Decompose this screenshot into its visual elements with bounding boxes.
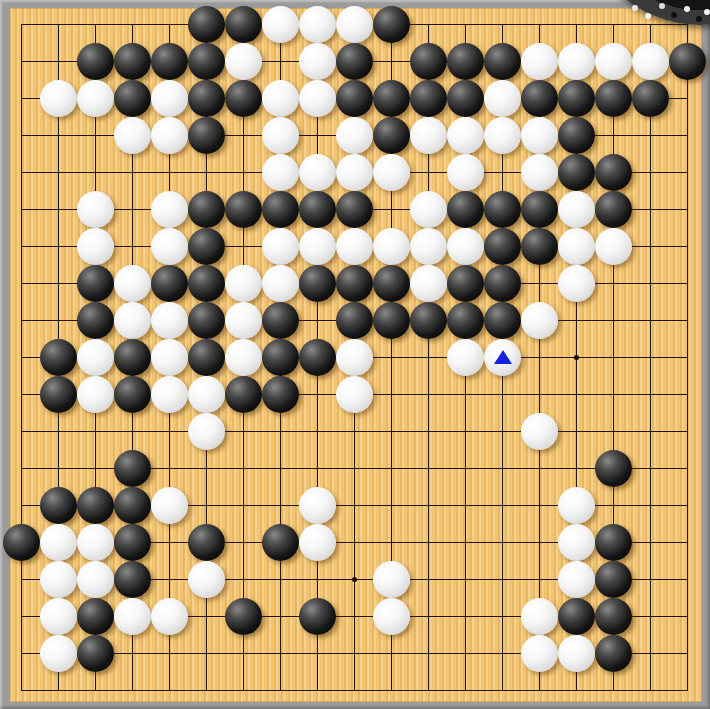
star-point	[574, 355, 579, 360]
white-stone[interactable]	[77, 561, 114, 598]
black-stone[interactable]	[262, 524, 299, 561]
white-stone[interactable]	[77, 524, 114, 561]
white-stone[interactable]	[151, 117, 188, 154]
white-stone[interactable]	[262, 265, 299, 302]
black-stone[interactable]	[114, 80, 151, 117]
black-stone[interactable]	[262, 376, 299, 413]
black-stone[interactable]	[595, 80, 632, 117]
star-point	[352, 577, 357, 582]
black-stone[interactable]	[188, 524, 225, 561]
white-stone[interactable]	[151, 376, 188, 413]
black-stone[interactable]	[595, 561, 632, 598]
white-stone[interactable]	[558, 524, 595, 561]
black-stone[interactable]	[447, 265, 484, 302]
black-stone[interactable]	[632, 80, 669, 117]
white-stone[interactable]	[225, 302, 262, 339]
white-stone[interactable]	[521, 302, 558, 339]
white-stone[interactable]	[299, 228, 336, 265]
black-stone[interactable]	[40, 487, 77, 524]
black-stone[interactable]	[447, 80, 484, 117]
black-stone[interactable]	[299, 191, 336, 228]
white-stone[interactable]	[299, 487, 336, 524]
white-stone[interactable]	[299, 43, 336, 80]
black-stone[interactable]	[114, 339, 151, 376]
white-stone[interactable]	[521, 635, 558, 672]
bowl-stone-dot	[645, 13, 651, 19]
black-stone[interactable]	[188, 191, 225, 228]
white-stone[interactable]	[151, 302, 188, 339]
white-stone[interactable]	[558, 265, 595, 302]
black-stone[interactable]	[484, 43, 521, 80]
white-stone[interactable]	[262, 117, 299, 154]
black-stone[interactable]	[225, 191, 262, 228]
white-stone[interactable]	[558, 191, 595, 228]
white-stone[interactable]	[114, 598, 151, 635]
black-stone[interactable]	[373, 302, 410, 339]
white-stone[interactable]	[484, 117, 521, 154]
black-stone[interactable]	[188, 6, 225, 43]
black-stone[interactable]	[410, 80, 447, 117]
white-stone[interactable]	[336, 6, 373, 43]
black-stone[interactable]	[595, 154, 632, 191]
white-stone[interactable]	[114, 265, 151, 302]
white-stone[interactable]	[521, 43, 558, 80]
black-stone[interactable]	[188, 228, 225, 265]
white-stone[interactable]	[262, 228, 299, 265]
white-stone[interactable]	[521, 154, 558, 191]
black-stone[interactable]	[484, 228, 521, 265]
black-stone[interactable]	[558, 598, 595, 635]
black-stone[interactable]	[188, 80, 225, 117]
black-stone[interactable]	[114, 524, 151, 561]
black-stone[interactable]	[262, 339, 299, 376]
go-board[interactable]	[10, 8, 702, 702]
white-stone[interactable]	[447, 228, 484, 265]
black-stone[interactable]	[373, 80, 410, 117]
black-stone[interactable]	[77, 302, 114, 339]
black-stone[interactable]	[521, 80, 558, 117]
black-stone[interactable]	[595, 635, 632, 672]
white-stone[interactable]	[373, 598, 410, 635]
black-stone[interactable]	[447, 302, 484, 339]
black-stone[interactable]	[114, 43, 151, 80]
black-stone[interactable]	[558, 80, 595, 117]
black-stone[interactable]	[595, 450, 632, 487]
white-stone[interactable]	[151, 191, 188, 228]
white-stone[interactable]	[447, 117, 484, 154]
white-stone[interactable]	[114, 302, 151, 339]
bowl-stone-dot	[704, 9, 710, 15]
black-stone[interactable]	[484, 302, 521, 339]
white-stone[interactable]	[373, 154, 410, 191]
black-stone[interactable]	[336, 80, 373, 117]
white-stone[interactable]	[299, 6, 336, 43]
white-stone[interactable]	[484, 80, 521, 117]
black-stone[interactable]	[484, 191, 521, 228]
white-stone[interactable]	[225, 265, 262, 302]
white-stone[interactable]	[521, 413, 558, 450]
white-stone[interactable]	[410, 265, 447, 302]
white-stone[interactable]	[77, 376, 114, 413]
white-stone[interactable]	[151, 487, 188, 524]
black-stone[interactable]	[373, 117, 410, 154]
white-stone[interactable]	[262, 80, 299, 117]
white-stone[interactable]	[188, 413, 225, 450]
white-stone[interactable]	[373, 561, 410, 598]
white-stone[interactable]	[151, 80, 188, 117]
black-stone[interactable]	[77, 635, 114, 672]
grid-line-vertical	[687, 24, 688, 691]
black-stone[interactable]	[188, 265, 225, 302]
white-stone[interactable]	[373, 228, 410, 265]
black-stone[interactable]	[77, 265, 114, 302]
black-stone[interactable]	[521, 191, 558, 228]
black-stone[interactable]	[595, 191, 632, 228]
screenshot-frame	[0, 0, 710, 709]
white-stone[interactable]	[558, 487, 595, 524]
white-stone[interactable]	[558, 561, 595, 598]
black-stone[interactable]	[558, 154, 595, 191]
white-stone[interactable]	[410, 191, 447, 228]
black-stone[interactable]	[336, 191, 373, 228]
white-stone[interactable]	[410, 117, 447, 154]
black-stone[interactable]	[595, 524, 632, 561]
white-stone[interactable]	[299, 524, 336, 561]
white-stone[interactable]	[225, 339, 262, 376]
black-stone[interactable]	[40, 376, 77, 413]
white-stone[interactable]	[77, 228, 114, 265]
white-stone[interactable]	[40, 524, 77, 561]
black-stone[interactable]	[77, 598, 114, 635]
black-stone[interactable]	[299, 339, 336, 376]
white-stone[interactable]	[40, 598, 77, 635]
black-stone[interactable]	[447, 191, 484, 228]
white-stone[interactable]	[595, 43, 632, 80]
white-stone[interactable]	[595, 228, 632, 265]
black-stone[interactable]	[114, 561, 151, 598]
white-stone[interactable]	[77, 191, 114, 228]
white-stone[interactable]	[262, 6, 299, 43]
white-stone[interactable]	[188, 376, 225, 413]
black-stone[interactable]	[336, 43, 373, 80]
white-stone[interactable]	[40, 635, 77, 672]
white-stone[interactable]	[40, 561, 77, 598]
bowl-stone-dot	[632, 5, 638, 11]
triangle-marker-last-move	[494, 349, 512, 363]
black-stone[interactable]	[225, 6, 262, 43]
black-stone[interactable]	[188, 43, 225, 80]
white-stone[interactable]	[77, 80, 114, 117]
black-stone[interactable]	[114, 376, 151, 413]
black-stone[interactable]	[114, 450, 151, 487]
white-stone[interactable]	[299, 80, 336, 117]
black-stone[interactable]	[77, 43, 114, 80]
black-stone[interactable]	[77, 487, 114, 524]
white-stone[interactable]	[336, 339, 373, 376]
bowl-stone-dot	[671, 12, 677, 18]
black-stone[interactable]	[336, 265, 373, 302]
black-stone[interactable]	[595, 598, 632, 635]
white-stone[interactable]	[558, 43, 595, 80]
white-stone[interactable]	[77, 339, 114, 376]
grid-line-horizontal	[21, 431, 688, 432]
bowl-stone-dot	[696, 16, 702, 22]
black-stone[interactable]	[521, 228, 558, 265]
black-stone[interactable]	[373, 265, 410, 302]
black-stone[interactable]	[262, 191, 299, 228]
black-stone[interactable]	[299, 598, 336, 635]
black-stone[interactable]	[447, 43, 484, 80]
white-stone[interactable]	[632, 43, 669, 80]
bowl-stone-dot	[659, 3, 665, 9]
black-stone[interactable]	[299, 265, 336, 302]
white-stone[interactable]	[447, 339, 484, 376]
black-stone[interactable]	[225, 376, 262, 413]
black-stone[interactable]	[669, 43, 706, 80]
grid-line-horizontal	[21, 690, 688, 691]
black-stone[interactable]	[188, 117, 225, 154]
black-stone[interactable]	[410, 43, 447, 80]
black-stone[interactable]	[40, 339, 77, 376]
white-stone[interactable]	[225, 43, 262, 80]
white-stone[interactable]	[151, 339, 188, 376]
black-stone[interactable]	[151, 43, 188, 80]
white-stone[interactable]	[262, 154, 299, 191]
white-stone[interactable]	[521, 598, 558, 635]
white-stone[interactable]	[447, 154, 484, 191]
white-stone[interactable]	[188, 561, 225, 598]
white-stone[interactable]	[558, 228, 595, 265]
white-stone[interactable]	[114, 117, 151, 154]
white-stone[interactable]	[151, 228, 188, 265]
black-stone[interactable]	[188, 302, 225, 339]
white-stone[interactable]	[521, 117, 558, 154]
white-stone[interactable]	[336, 228, 373, 265]
black-stone[interactable]	[3, 524, 40, 561]
black-stone[interactable]	[484, 265, 521, 302]
white-stone[interactable]	[558, 635, 595, 672]
white-stone[interactable]	[151, 598, 188, 635]
black-stone[interactable]	[114, 487, 151, 524]
black-stone[interactable]	[410, 302, 447, 339]
white-stone[interactable]	[336, 376, 373, 413]
black-stone[interactable]	[262, 302, 299, 339]
bowl-stone-dot	[684, 6, 690, 12]
white-stone[interactable]	[336, 117, 373, 154]
black-stone[interactable]	[373, 6, 410, 43]
white-stone[interactable]	[336, 154, 373, 191]
black-stone[interactable]	[188, 339, 225, 376]
black-stone[interactable]	[151, 265, 188, 302]
black-stone[interactable]	[225, 598, 262, 635]
white-stone[interactable]	[484, 339, 521, 376]
black-stone[interactable]	[336, 302, 373, 339]
black-stone[interactable]	[225, 80, 262, 117]
white-stone[interactable]	[40, 80, 77, 117]
black-stone[interactable]	[558, 117, 595, 154]
grid-line-vertical	[650, 24, 651, 691]
white-stone[interactable]	[299, 154, 336, 191]
white-stone[interactable]	[410, 228, 447, 265]
